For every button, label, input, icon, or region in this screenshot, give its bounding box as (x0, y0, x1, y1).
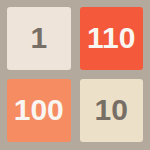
tile-r0c0: 1 (7, 7, 71, 70)
tile-value: 1 (30, 23, 47, 53)
tile-value: 100 (14, 95, 64, 125)
tile-r0c1: 110 (80, 7, 144, 70)
game-board[interactable]: 1 110 100 10 (0, 0, 150, 150)
tile-r1c1: 10 (80, 79, 144, 142)
tile-r1c0: 100 (7, 79, 71, 142)
tile-value: 10 (95, 95, 128, 125)
tile-value: 110 (87, 23, 135, 53)
